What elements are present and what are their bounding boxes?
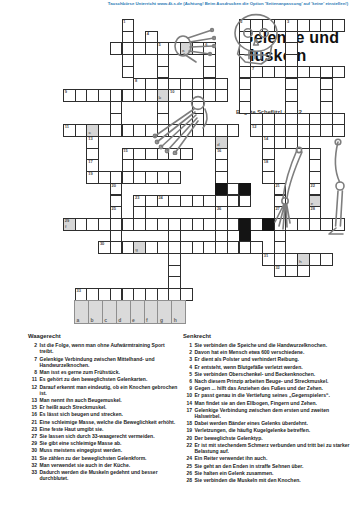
clue-number: 7 <box>28 356 37 369</box>
clue-number: 6 <box>183 378 192 384</box>
clue-text: Er passt genau in die Vertiefung seines … <box>195 392 356 398</box>
clue-number-marker: 24 <box>158 196 162 200</box>
clue-number-marker: 13 <box>88 137 92 141</box>
answer-strip-cell[interactable]: g <box>157 300 172 324</box>
clue-item: 32Man verwendet sie auch in der Küche. <box>28 462 179 468</box>
clue-number: 21 <box>28 419 37 425</box>
clue-text: Verletzungen, die häufig Kugelgelenke be… <box>195 427 356 433</box>
clue-number-marker: 3 <box>287 20 289 24</box>
clue-item: 3Er dient als Polster und verhindert Rei… <box>183 356 355 362</box>
clue-number-marker: 10 <box>170 90 174 94</box>
clue-text: Es lässt sich beugen und strecken. <box>40 411 180 417</box>
answer-strip-cell[interactable]: h <box>171 300 186 324</box>
clue-item: 31Sie zählen zu der beweglichsten Gelenk… <box>28 455 179 461</box>
clue-number: 24 <box>183 455 192 461</box>
grid-cell[interactable] <box>297 265 310 278</box>
clue-number: 13 <box>28 397 37 403</box>
clue-item: 2Davon hat ein Mensch etwa 600 verschied… <box>183 349 355 355</box>
clue-item: 10Er passt genau in die Vertiefung seine… <box>183 392 355 398</box>
clue-number: 12 <box>28 384 37 397</box>
answer-strip-cell[interactable]: f <box>144 300 159 324</box>
clue-text: Eine schleimige Masse, welche die Bewegl… <box>40 419 180 425</box>
clue-item: 28Sie verbinden die Muskeln mit den Knoc… <box>183 477 355 483</box>
clue-number: 4 <box>183 364 192 370</box>
clue-text: Sie halten ein Gelenk zusammen. <box>195 470 356 476</box>
clue-item: 18Dabei werden Bänder eines Gelenks über… <box>183 420 355 426</box>
grid-cell[interactable] <box>180 288 193 301</box>
clue-number: 3 <box>183 356 192 362</box>
clue-item: 8Man isst es gerne zum Frühstück. <box>28 369 179 375</box>
clue-text: Man findet sie an den Ellbogen, Fingern … <box>195 400 356 406</box>
clue-item: 27Sie lassen sich durch 33-waagerecht ve… <box>28 433 179 439</box>
clue-text: Muss meistens eingegipst werden. <box>40 447 180 453</box>
clue-number-marker: 22 <box>310 184 314 188</box>
clue-item: 26Sie halten ein Gelenk zusammen. <box>183 470 355 476</box>
clue-number-marker: 25 <box>112 207 116 211</box>
clue-number-marker: 1 <box>123 20 125 24</box>
clue-number-marker: 23 <box>135 196 139 200</box>
clue-number: 27 <box>28 433 37 439</box>
clue-number: 20 <box>183 435 192 441</box>
solution-letter-marker: g <box>135 248 138 253</box>
clue-number-marker: 30 <box>100 242 104 246</box>
solution-letter-marker: a <box>182 49 184 54</box>
clue-item: 7Gelenkige Verbindung zwischen Mittelhan… <box>28 356 179 369</box>
answer-strip-cell[interactable]: c <box>102 300 117 324</box>
clue-item: 16Es lässt sich beugen und strecken. <box>28 411 179 417</box>
clue-item: 21Eine schleimige Masse, welche die Bewe… <box>28 419 179 425</box>
clue-item: 5Sie verbinden Oberschenkel- und Beckenk… <box>183 371 355 377</box>
answer-strip-letter: f <box>146 317 148 323</box>
answer-strip-cell[interactable]: e <box>130 300 145 324</box>
clue-number-marker: 17 <box>88 160 92 164</box>
clue-number-marker: 16 <box>217 149 221 153</box>
answer-strip-letter: d <box>118 317 121 323</box>
clue-item: 1Sie verbinden die Speiche und die Handw… <box>183 342 355 348</box>
clue-number: 8 <box>28 369 37 375</box>
clue-number: 9 <box>183 385 192 391</box>
clue-number: 18 <box>183 420 192 426</box>
grid-cell[interactable] <box>320 253 333 266</box>
clue-number: 17 <box>183 407 192 420</box>
clue-number-marker: 11 <box>65 125 69 129</box>
clue-item: 22Er ist mit stechendem Schmerz verbunde… <box>183 442 355 455</box>
clue-number-marker: 21 <box>275 184 279 188</box>
grid-cell[interactable] <box>332 19 345 32</box>
clue-item: 24Ein Reiter verwendet ihn auch. <box>183 455 355 461</box>
clue-item: 2Ist die Folge, wenn man ohne Aufwärmtra… <box>28 342 179 355</box>
clue-number-marker: 12 <box>252 125 256 129</box>
clue-number: 32 <box>28 462 37 468</box>
answer-strip-cell[interactable]: d <box>116 300 131 324</box>
clue-item: 6Nach diesem Prinzip arbeiten Beuge- und… <box>183 378 355 384</box>
clue-number-marker: 31 <box>264 254 268 258</box>
clue-text: Sie geht an den Enden in straffe Sehnen … <box>195 463 356 469</box>
grid-cell[interactable] <box>168 171 181 184</box>
clue-item: 12Darauf erkennt man eindeutig, ob ein K… <box>28 384 179 397</box>
clue-text: Dadurch werden die Muskeln gedehnt und b… <box>40 469 180 482</box>
clue-number-marker: 15 <box>123 149 127 153</box>
clue-item: 19Verletzungen, die häufig Kugelgelenke … <box>183 427 355 433</box>
clue-number: 19 <box>183 427 192 433</box>
clue-number-marker: 32 <box>275 266 279 270</box>
clue-text: Sie verbinden Oberschenkel- und Beckenkn… <box>195 371 356 377</box>
clue-item: 23Eine feste Haut umgibt sie. <box>28 426 179 432</box>
clue-number-marker: 29 <box>65 219 69 223</box>
answer-strip-letter: b <box>90 317 93 323</box>
clue-text: Dabei werden Bänder eines Gelenks überde… <box>195 420 356 426</box>
across-heading: Waagerecht <box>28 333 179 339</box>
grid-cell[interactable] <box>332 124 345 137</box>
clue-text: Darauf erkennt man eindeutig, ob ein Kno… <box>40 384 180 397</box>
clue-item: 29Sie gibt eine schleimige Masse ab. <box>28 440 179 446</box>
down-heading: Senkrecht <box>183 333 355 339</box>
across-list: 2Ist die Folge, wenn man ohne Aufwärmtra… <box>28 342 179 482</box>
clue-number: 31 <box>28 455 37 461</box>
clue-item: 20Der beweglichste Gelenktyp. <box>183 435 355 441</box>
down-list: 1Sie verbinden die Speiche und die Handw… <box>183 342 355 483</box>
worksheet-page: Tauschbörse Unterricht www.4t-s.de (Acht… <box>0 0 358 507</box>
clue-text: Sie zählen zu der beweglichsten Gelenkfo… <box>40 455 180 461</box>
clue-number: 10 <box>183 392 192 398</box>
answer-strip-letter: e <box>132 317 135 323</box>
clue-item: 25Sie geht an den Enden in straffe Sehne… <box>183 463 355 469</box>
clue-number-marker: 28 <box>310 207 314 211</box>
clue-number: 22 <box>183 442 192 455</box>
clue-number-marker: 5 <box>158 43 160 47</box>
clue-number-marker: 33 <box>76 289 80 293</box>
clue-item: 14Man findet sie an den Ellbogen, Finger… <box>183 400 355 406</box>
answer-strip-letter: h <box>174 317 177 323</box>
clue-text: Gelenkige Verbindung zwischen dem ersten… <box>195 407 356 420</box>
grid-cell[interactable] <box>215 89 228 102</box>
clue-number: 11 <box>28 376 37 382</box>
clue-text: Sie lassen sich durch 33-waagerecht verm… <box>40 433 180 439</box>
clue-number-marker: 20 <box>112 184 116 188</box>
clue-number: 2 <box>28 342 37 355</box>
answer-strip-cell[interactable]: b <box>88 300 103 324</box>
clue-text: Er entsteht, wenn Blutgefäße verletzt we… <box>195 364 356 370</box>
clue-text: Er heißt auch Streckmuskel. <box>40 404 180 410</box>
clue-text: Gelenkige Verbindung zwischen Mittelhand… <box>40 356 180 369</box>
clue-number: 33 <box>28 469 37 482</box>
clue-text: Nach diesem Prinzip arbeiten Beuge- und … <box>195 378 356 384</box>
across-clues: Waagerecht 2Ist die Folge, wenn man ohne… <box>28 333 179 483</box>
clue-number: 30 <box>28 447 37 453</box>
clue-text: Er dient als Polster und verhindert Reib… <box>195 356 356 362</box>
clue-text: Der beweglichste Gelenktyp. <box>195 435 356 441</box>
clue-number: 16 <box>28 411 37 417</box>
clue-item: 17Gelenkige Verbindung zwischen dem erst… <box>183 407 355 420</box>
solution-letter-marker: f <box>65 225 66 230</box>
clue-number-marker: 7 <box>252 67 254 71</box>
clue-text: Davon hat ein Mensch etwa 600 verschiede… <box>195 349 356 355</box>
grid-cell[interactable] <box>332 218 345 231</box>
clue-number: 26 <box>183 470 192 476</box>
clue-number: 15 <box>28 404 37 410</box>
clue-text: Es gehört zu den beweglichsten Gelenkart… <box>40 376 180 382</box>
clue-text: Man verwendet sie auch in der Küche. <box>40 462 180 468</box>
clue-text: Gegen ... hilft das Anziehen des Fußes u… <box>195 385 356 391</box>
clue-text: Sie verbinden die Muskeln mit den Knoche… <box>195 477 356 483</box>
clue-number-marker: 14 <box>264 137 268 141</box>
header-link[interactable]: Tauschbörse Unterricht www.4t-s.de (Acht… <box>100 1 356 6</box>
clue-item: 15Er heißt auch Streckmuskel. <box>28 404 179 410</box>
grid-cell[interactable] <box>239 195 252 208</box>
clue-number: 2 <box>183 349 192 355</box>
clue-item: 11Es gehört zu den beweglichsten Gelenka… <box>28 376 179 382</box>
grid-cell[interactable] <box>332 66 345 79</box>
clue-number-marker: 18 <box>264 160 268 164</box>
clue-number-marker: 27 <box>275 207 279 211</box>
clue-text: Ist die Folge, wenn man ohne Aufwärmtrai… <box>40 342 180 355</box>
answer-strip-letter: a <box>77 317 80 323</box>
clue-text: Man nennt ihn auch Beugemuskel. <box>40 397 180 403</box>
grid-cell[interactable] <box>180 148 193 161</box>
clue-number-marker: 6 <box>205 43 207 47</box>
clue-item: 13Man nennt ihn auch Beugemuskel. <box>28 397 179 403</box>
clue-number: 1 <box>183 342 192 348</box>
crossword-grid: 12345a6789b1011c1213d1415161718192021222… <box>63 19 351 307</box>
answer-strip-letter: g <box>160 317 163 323</box>
clue-text: Er ist mit stechendem Schmerz verbunden … <box>195 442 356 455</box>
clue-number: 28 <box>183 477 192 483</box>
clue-item: 9Gegen ... hilft das Anziehen des Fußes … <box>183 385 355 391</box>
clue-number: 14 <box>183 400 192 406</box>
clue-number: 29 <box>28 440 37 446</box>
clue-item: 30Muss meistens eingegipst werden. <box>28 447 179 453</box>
grid-cell[interactable] <box>227 124 240 137</box>
clue-number: 23 <box>28 426 37 432</box>
answer-strip-letter: c <box>104 317 107 323</box>
clue-number-marker: 19 <box>88 172 92 176</box>
clue-number-marker: 2 <box>240 20 242 24</box>
clue-number-marker: 26 <box>217 207 221 211</box>
clue-item: 4Er entsteht, wenn Blutgefäße verletzt w… <box>183 364 355 370</box>
clue-text: Sie verbinden die Speiche und die Handwu… <box>195 342 356 348</box>
clue-number: 25 <box>183 463 192 469</box>
down-clues: Senkrecht 1Sie verbinden die Speiche und… <box>183 333 355 484</box>
answer-strip-cell[interactable]: a <box>74 300 89 324</box>
clue-text: Sie gibt eine schleimige Masse ab. <box>40 440 180 446</box>
clue-number-marker: 8 <box>135 79 137 83</box>
clue-text: Ein Reiter verwendet ihn auch. <box>195 455 356 461</box>
clue-item: 33Dadurch werden die Muskeln gedehnt und… <box>28 469 179 482</box>
clue-number-marker: 4 <box>147 32 149 36</box>
clue-number-marker: 9 <box>65 90 67 94</box>
clue-number: 5 <box>183 371 192 377</box>
clue-text: Eine feste Haut umgibt sie. <box>40 426 180 432</box>
clue-text: Man isst es gerne zum Frühstück. <box>40 369 180 375</box>
